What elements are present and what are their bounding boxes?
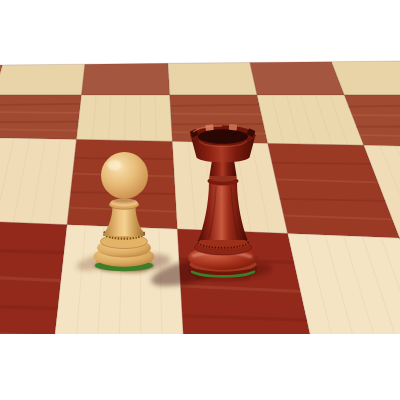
wood-grain-streak <box>272 163 371 164</box>
rook-crown-bowl <box>198 129 248 143</box>
wood-grain-streak <box>352 115 400 116</box>
pawn-specular-highlight <box>108 160 122 170</box>
board-square-light <box>168 63 257 96</box>
wood-grain-streak <box>170 105 259 106</box>
board-photo <box>0 0 400 400</box>
chess-set-product-photo <box>0 0 400 400</box>
rook-neck <box>210 160 237 176</box>
pawn-head-ball <box>101 152 148 199</box>
board-square-dark <box>82 63 170 95</box>
board-square-light <box>0 64 85 95</box>
rook-crenellation-notch <box>229 124 238 131</box>
board-square-dark <box>250 62 345 95</box>
wood-grain-streak <box>171 114 262 115</box>
wood-grain-streak <box>0 104 80 105</box>
board-square-dark <box>0 95 81 140</box>
wood-grain-streak <box>0 112 80 113</box>
